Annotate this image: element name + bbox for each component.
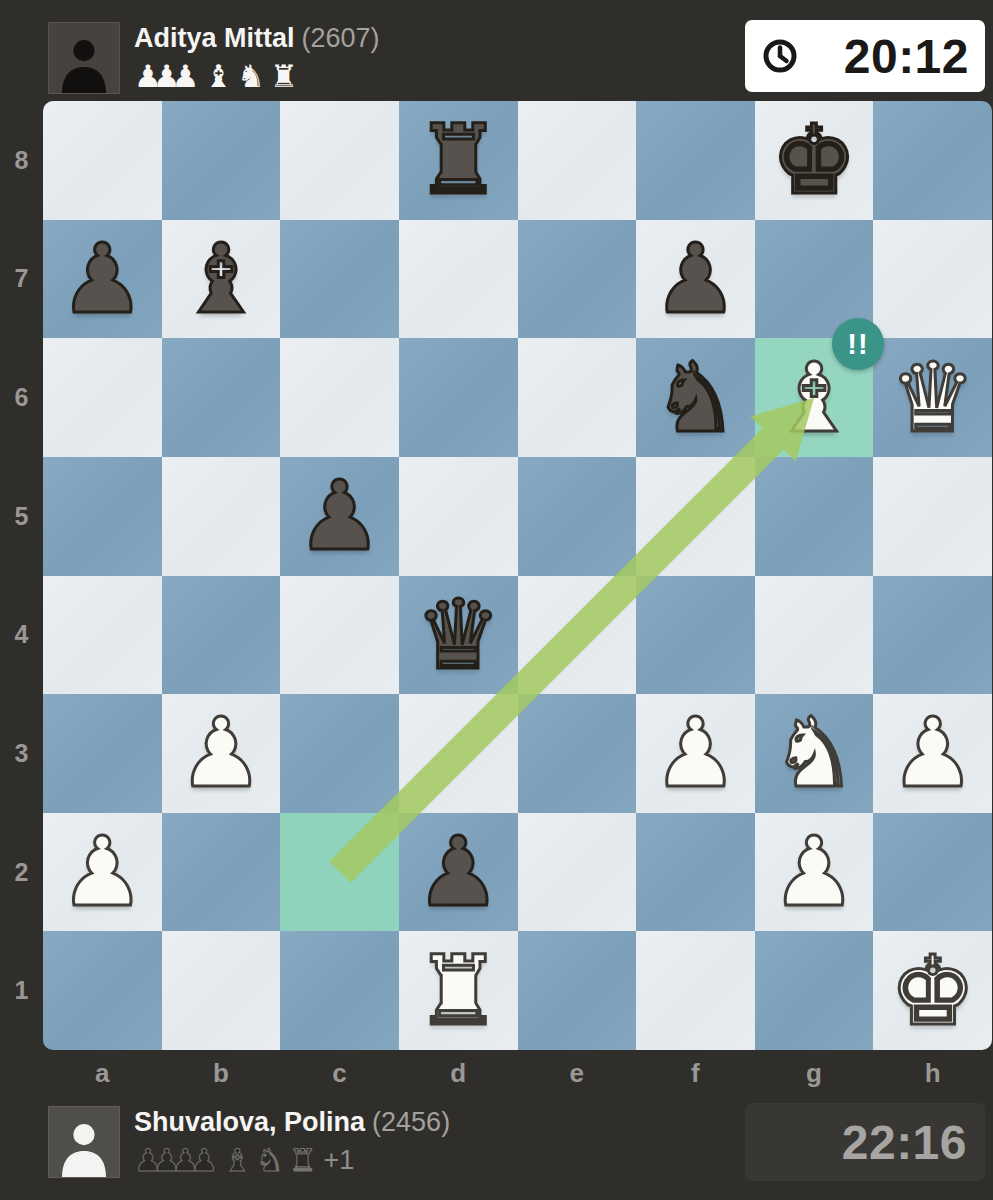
square-e7[interactable] (518, 220, 637, 339)
piece-white-pawn-g2[interactable]: ♟ (771, 824, 857, 920)
square-h7[interactable] (873, 220, 992, 339)
square-f1[interactable] (636, 931, 755, 1050)
square-a5[interactable] (43, 457, 162, 576)
piece-white-pawn-a2[interactable]: ♟ (59, 824, 145, 920)
square-d6[interactable] (399, 338, 518, 457)
square-h6[interactable]: ♛ (873, 338, 992, 457)
square-g4[interactable] (755, 576, 874, 695)
square-c5[interactable]: ♟ (280, 457, 399, 576)
square-g5[interactable] (755, 457, 874, 576)
square-a2[interactable]: ♟ (43, 813, 162, 932)
brilliant-move-badge: !! (832, 318, 884, 370)
piece-black-pawn-f7[interactable]: ♟ (652, 231, 738, 327)
square-a3[interactable] (43, 694, 162, 813)
square-h3[interactable]: ♟ (873, 694, 992, 813)
square-d1[interactable]: ♜ (399, 931, 518, 1050)
square-b6[interactable] (162, 338, 281, 457)
square-h1[interactable]: ♚ (873, 931, 992, 1050)
square-e5[interactable] (518, 457, 637, 576)
piece-black-queen-d4[interactable]: ♛ (415, 587, 501, 683)
player-rating-white: (2456) (372, 1107, 450, 1137)
file-label-g: g (755, 1050, 874, 1096)
clock-black-active: 20:12 (745, 20, 985, 92)
file-label-e: e (518, 1050, 637, 1096)
piece-black-pawn-d2[interactable]: ♟ (415, 824, 501, 920)
square-f8[interactable] (636, 101, 755, 220)
board-grid: ♜♚♟♝♟♞♝♛♟♛♟♟♞♟♟♟♟♜♚ (43, 101, 992, 1050)
piece-white-knight-g3[interactable]: ♞ (771, 705, 857, 801)
square-f6[interactable]: ♞ (636, 338, 755, 457)
rank-labels: 87654321 (0, 101, 43, 1050)
piece-black-king-g8[interactable]: ♚ (771, 112, 857, 208)
square-h5[interactable] (873, 457, 992, 576)
piece-white-pawn-h3[interactable]: ♟ (890, 705, 976, 801)
square-c2[interactable] (280, 813, 399, 932)
square-a1[interactable] (43, 931, 162, 1050)
square-e8[interactable] (518, 101, 637, 220)
square-f5[interactable] (636, 457, 755, 576)
square-a4[interactable] (43, 576, 162, 695)
piece-black-rook-d8[interactable]: ♜ (415, 112, 501, 208)
square-b5[interactable] (162, 457, 281, 576)
piece-white-pawn-b3[interactable]: ♟ (178, 705, 264, 801)
captured-group-2: ♞ (256, 1142, 289, 1178)
rank-label-7: 7 (0, 220, 43, 339)
captured-group-3: ♜ (270, 58, 303, 94)
player-name-white: Shuvalova, Polina (134, 1107, 365, 1137)
square-c6[interactable] (280, 338, 399, 457)
square-c1[interactable] (280, 931, 399, 1050)
player-name-black: Aditya Mittal (134, 23, 295, 53)
square-g2[interactable]: ♟ (755, 813, 874, 932)
square-d3[interactable] (399, 694, 518, 813)
player-rating-black: (2607) (302, 23, 380, 53)
square-b8[interactable] (162, 101, 281, 220)
square-d7[interactable] (399, 220, 518, 339)
square-e3[interactable] (518, 694, 637, 813)
square-f2[interactable] (636, 813, 755, 932)
square-b1[interactable] (162, 931, 281, 1050)
captured-group-1: ♝ (223, 1142, 256, 1178)
square-c3[interactable] (280, 694, 399, 813)
square-b3[interactable]: ♟ (162, 694, 281, 813)
avatar-white-player (48, 1106, 120, 1178)
square-d4[interactable]: ♛ (399, 576, 518, 695)
square-c8[interactable] (280, 101, 399, 220)
piece-black-pawn-a7[interactable]: ♟ (59, 231, 145, 327)
captured-group-1: ♝ (204, 58, 237, 94)
square-b7[interactable]: ♝ (162, 220, 281, 339)
square-e2[interactable] (518, 813, 637, 932)
person-silhouette-icon (53, 1115, 115, 1177)
square-a7[interactable]: ♟ (43, 220, 162, 339)
rank-label-5: 5 (0, 457, 43, 576)
captured-pieces-by-white: ♟♟♟♟♝♞♜+1 (134, 1142, 450, 1178)
piece-black-bishop-b7[interactable]: ♝ (178, 231, 264, 327)
piece-white-queen-h6[interactable]: ♛ (890, 350, 976, 446)
captured-pieces-by-black: ♟♟♟♝♞♜ (134, 58, 380, 94)
square-f3[interactable]: ♟ (636, 694, 755, 813)
rank-label-4: 4 (0, 576, 43, 695)
square-g1[interactable] (755, 931, 874, 1050)
clock-icon (761, 37, 799, 75)
rank-label-2: 2 (0, 813, 43, 932)
avatar-black-player (48, 22, 120, 94)
square-e4[interactable] (518, 576, 637, 695)
square-f4[interactable] (636, 576, 755, 695)
rank-label-3: 3 (0, 694, 43, 813)
clock-white-inactive: 22:16 (745, 1103, 985, 1181)
square-h4[interactable] (873, 576, 992, 695)
square-a6[interactable] (43, 338, 162, 457)
square-a8[interactable] (43, 101, 162, 220)
square-c7[interactable] (280, 220, 399, 339)
chess-board: ♜♚♟♝♟♞♝♛♟♛♟♟♞♟♟♟♟♜♚ !! (43, 101, 992, 1050)
file-label-h: h (873, 1050, 992, 1096)
clock-time-white: 22:16 (842, 1115, 967, 1170)
square-g3[interactable]: ♞ (755, 694, 874, 813)
captured-group-0: ♟♟♟♟ (134, 1142, 223, 1178)
captured-group-2: ♞ (237, 58, 270, 94)
piece-white-king-h1[interactable]: ♚ (890, 943, 976, 1039)
rank-label-1: 1 (0, 931, 43, 1050)
person-silhouette-icon (53, 31, 115, 93)
file-label-f: f (636, 1050, 755, 1096)
square-e6[interactable] (518, 338, 637, 457)
piece-black-knight-f6[interactable]: ♞ (652, 350, 738, 446)
square-b4[interactable] (162, 576, 281, 695)
piece-black-pawn-c5[interactable]: ♟ (297, 468, 383, 564)
square-d5[interactable] (399, 457, 518, 576)
square-c4[interactable] (280, 576, 399, 695)
rank-label-6: 6 (0, 338, 43, 457)
square-e1[interactable] (518, 931, 637, 1050)
square-f7[interactable]: ♟ (636, 220, 755, 339)
square-h8[interactable] (873, 101, 992, 220)
brilliant-move-label: !! (847, 328, 868, 361)
file-label-c: c (280, 1050, 399, 1096)
player-info-black: Aditya Mittal(2607) ♟♟♟♝♞♜ (134, 22, 380, 94)
rank-label-8: 8 (0, 101, 43, 220)
captured-group-3: ♜ (289, 1142, 322, 1178)
file-label-b: b (162, 1050, 281, 1096)
square-d2[interactable]: ♟ (399, 813, 518, 932)
square-h2[interactable] (873, 813, 992, 932)
square-b2[interactable] (162, 813, 281, 932)
piece-white-rook-d1[interactable]: ♜ (415, 943, 501, 1039)
captured-group-0: ♟♟♟ (134, 58, 204, 94)
clock-time-black: 20:12 (844, 29, 969, 84)
square-d8[interactable]: ♜ (399, 101, 518, 220)
file-labels: abcdefgh (43, 1050, 992, 1096)
material-advantage: +1 (324, 1142, 355, 1178)
file-label-d: d (399, 1050, 518, 1096)
square-g8[interactable]: ♚ (755, 101, 874, 220)
player-info-white: Shuvalova, Polina(2456) ♟♟♟♟♝♞♜+1 (134, 1106, 450, 1178)
piece-white-pawn-f3[interactable]: ♟ (652, 705, 738, 801)
file-label-a: a (43, 1050, 162, 1096)
